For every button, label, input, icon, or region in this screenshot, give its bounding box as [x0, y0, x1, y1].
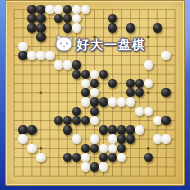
white-stone — [45, 51, 54, 60]
white-stone — [90, 70, 99, 79]
white-stone — [144, 107, 153, 116]
black-stone — [72, 60, 81, 69]
white-stone — [99, 162, 108, 171]
white-stone — [72, 23, 81, 32]
white-stone — [90, 134, 99, 143]
black-stone — [135, 79, 144, 88]
white-stone — [117, 97, 126, 106]
white-stone — [108, 97, 117, 106]
white-stone — [27, 144, 36, 153]
white-stone — [108, 144, 117, 153]
white-stone — [126, 97, 135, 106]
white-stone — [135, 125, 144, 134]
white-stone — [161, 51, 170, 60]
black-stone — [126, 23, 135, 32]
white-stone — [72, 134, 81, 143]
black-stone — [126, 134, 135, 143]
black-stone — [108, 125, 117, 134]
white-stone — [36, 153, 45, 162]
black-stone — [63, 23, 72, 32]
black-stone — [99, 125, 108, 134]
black-stone — [81, 70, 90, 79]
app-screen: 好大一盘棋 — [0, 0, 190, 190]
black-stone — [36, 14, 45, 23]
white-stone — [144, 79, 153, 88]
white-stone — [63, 60, 72, 69]
black-stone — [117, 144, 126, 153]
black-stone — [90, 162, 99, 171]
black-stone — [27, 125, 36, 134]
cat-icon — [55, 35, 74, 56]
caption-text: 好大一盘棋 — [76, 36, 146, 54]
black-stone — [126, 79, 135, 88]
white-stone — [81, 162, 90, 171]
white-stone — [81, 97, 90, 106]
black-stone — [63, 125, 72, 134]
black-stone — [126, 125, 135, 134]
black-stone — [36, 23, 45, 32]
caption-overlay: 好大一盘棋 — [55, 36, 146, 54]
black-stone — [117, 134, 126, 143]
black-stone — [90, 97, 99, 106]
black-stone — [36, 32, 45, 41]
white-stone — [18, 134, 27, 143]
black-stone — [153, 23, 162, 32]
white-stone — [144, 60, 153, 69]
black-stone — [99, 97, 108, 106]
black-stone — [161, 116, 170, 125]
white-stone — [135, 107, 144, 116]
black-stone — [99, 70, 108, 79]
white-stone — [108, 134, 117, 143]
white-stone — [161, 134, 170, 143]
white-stone — [18, 42, 27, 51]
go-board[interactable] — [6, 1, 184, 185]
black-stone — [108, 23, 117, 32]
black-stone — [117, 125, 126, 134]
